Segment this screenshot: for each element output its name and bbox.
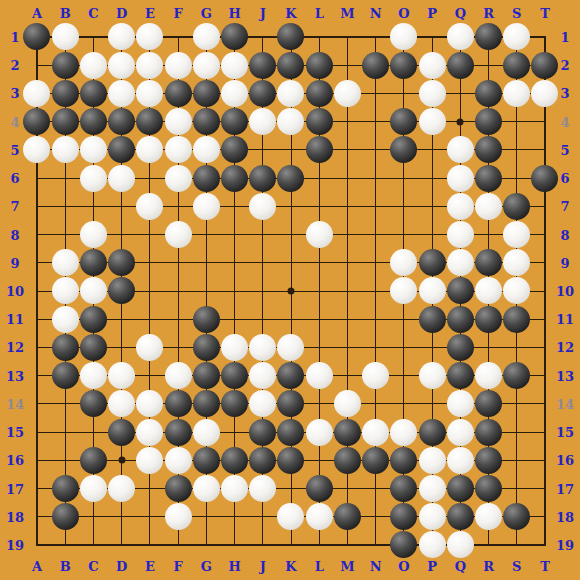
intersection-T2[interactable] <box>531 51 559 79</box>
intersection-N19[interactable] <box>362 531 390 559</box>
intersection-N14[interactable] <box>362 390 390 418</box>
intersection-D15[interactable] <box>108 418 136 446</box>
intersection-D9[interactable] <box>108 249 136 277</box>
intersection-K9[interactable] <box>277 249 305 277</box>
intersection-T12[interactable] <box>531 333 559 361</box>
intersection-B10[interactable] <box>51 277 79 305</box>
intersection-T14[interactable] <box>531 390 559 418</box>
intersection-C8[interactable] <box>79 220 107 248</box>
intersection-J12[interactable] <box>249 333 277 361</box>
intersection-M11[interactable] <box>333 305 361 333</box>
intersection-J14[interactable] <box>249 390 277 418</box>
intersection-J17[interactable] <box>249 474 277 502</box>
intersection-H6[interactable] <box>220 164 248 192</box>
intersection-G18[interactable] <box>192 503 220 531</box>
intersection-T18[interactable] <box>531 503 559 531</box>
intersection-S12[interactable] <box>503 333 531 361</box>
intersection-F14[interactable] <box>164 390 192 418</box>
intersection-D14[interactable] <box>108 390 136 418</box>
intersection-Q18[interactable] <box>446 503 474 531</box>
intersection-Q2[interactable] <box>446 51 474 79</box>
intersection-H16[interactable] <box>220 446 248 474</box>
intersection-D8[interactable] <box>108 220 136 248</box>
intersection-K12[interactable] <box>277 333 305 361</box>
intersection-P1[interactable] <box>418 23 446 51</box>
intersection-E13[interactable] <box>136 362 164 390</box>
intersection-N18[interactable] <box>362 503 390 531</box>
intersection-C15[interactable] <box>79 418 107 446</box>
intersection-B15[interactable] <box>51 418 79 446</box>
intersection-A13[interactable] <box>23 362 51 390</box>
intersection-B14[interactable] <box>51 390 79 418</box>
intersection-K14[interactable] <box>277 390 305 418</box>
intersection-J1[interactable] <box>249 23 277 51</box>
intersection-K7[interactable] <box>277 192 305 220</box>
intersection-J3[interactable] <box>249 79 277 107</box>
intersection-L13[interactable] <box>305 362 333 390</box>
intersection-C16[interactable] <box>79 446 107 474</box>
intersection-P2[interactable] <box>418 51 446 79</box>
intersection-E3[interactable] <box>136 79 164 107</box>
intersection-M18[interactable] <box>333 503 361 531</box>
intersection-D7[interactable] <box>108 192 136 220</box>
intersection-M17[interactable] <box>333 474 361 502</box>
intersection-A1[interactable] <box>23 23 51 51</box>
intersection-C7[interactable] <box>79 192 107 220</box>
intersection-M12[interactable] <box>333 333 361 361</box>
intersection-R15[interactable] <box>474 418 502 446</box>
intersection-M9[interactable] <box>333 249 361 277</box>
intersection-A10[interactable] <box>23 277 51 305</box>
intersection-A2[interactable] <box>23 51 51 79</box>
intersection-B6[interactable] <box>51 164 79 192</box>
intersection-S15[interactable] <box>503 418 531 446</box>
intersection-E10[interactable] <box>136 277 164 305</box>
intersection-P14[interactable] <box>418 390 446 418</box>
intersection-J8[interactable] <box>249 220 277 248</box>
intersection-S3[interactable] <box>503 79 531 107</box>
intersection-B13[interactable] <box>51 362 79 390</box>
intersection-H2[interactable] <box>220 51 248 79</box>
intersection-Q8[interactable] <box>446 220 474 248</box>
intersection-H13[interactable] <box>220 362 248 390</box>
intersection-M6[interactable] <box>333 164 361 192</box>
intersection-T7[interactable] <box>531 192 559 220</box>
intersection-S19[interactable] <box>503 531 531 559</box>
intersection-J4[interactable] <box>249 108 277 136</box>
intersection-C11[interactable] <box>79 305 107 333</box>
intersection-L9[interactable] <box>305 249 333 277</box>
intersection-B3[interactable] <box>51 79 79 107</box>
intersection-H9[interactable] <box>220 249 248 277</box>
intersection-L6[interactable] <box>305 164 333 192</box>
intersection-J10[interactable] <box>249 277 277 305</box>
intersection-P13[interactable] <box>418 362 446 390</box>
intersection-O8[interactable] <box>390 220 418 248</box>
intersection-P8[interactable] <box>418 220 446 248</box>
intersection-L3[interactable] <box>305 79 333 107</box>
intersection-F19[interactable] <box>164 531 192 559</box>
intersection-C12[interactable] <box>79 333 107 361</box>
intersection-E5[interactable] <box>136 136 164 164</box>
intersection-F6[interactable] <box>164 164 192 192</box>
intersection-E14[interactable] <box>136 390 164 418</box>
intersection-C5[interactable] <box>79 136 107 164</box>
intersection-C4[interactable] <box>79 108 107 136</box>
intersection-B5[interactable] <box>51 136 79 164</box>
intersection-P11[interactable] <box>418 305 446 333</box>
intersection-F17[interactable] <box>164 474 192 502</box>
intersection-O15[interactable] <box>390 418 418 446</box>
intersection-A18[interactable] <box>23 503 51 531</box>
intersection-H18[interactable] <box>220 503 248 531</box>
intersection-Q13[interactable] <box>446 362 474 390</box>
intersection-C6[interactable] <box>79 164 107 192</box>
intersection-T6[interactable] <box>531 164 559 192</box>
intersection-B17[interactable] <box>51 474 79 502</box>
intersection-T19[interactable] <box>531 531 559 559</box>
intersection-F11[interactable] <box>164 305 192 333</box>
intersection-O9[interactable] <box>390 249 418 277</box>
intersection-O14[interactable] <box>390 390 418 418</box>
intersection-E8[interactable] <box>136 220 164 248</box>
intersection-Q17[interactable] <box>446 474 474 502</box>
intersection-L7[interactable] <box>305 192 333 220</box>
intersection-D3[interactable] <box>108 79 136 107</box>
intersection-N11[interactable] <box>362 305 390 333</box>
intersection-K4[interactable] <box>277 108 305 136</box>
intersection-B4[interactable] <box>51 108 79 136</box>
intersection-H11[interactable] <box>220 305 248 333</box>
intersection-D12[interactable] <box>108 333 136 361</box>
intersection-T8[interactable] <box>531 220 559 248</box>
intersection-D17[interactable] <box>108 474 136 502</box>
intersection-P17[interactable] <box>418 474 446 502</box>
intersection-T4[interactable] <box>531 108 559 136</box>
intersection-A19[interactable] <box>23 531 51 559</box>
intersection-R2[interactable] <box>474 51 502 79</box>
intersection-S11[interactable] <box>503 305 531 333</box>
intersection-G13[interactable] <box>192 362 220 390</box>
intersection-R19[interactable] <box>474 531 502 559</box>
intersection-G2[interactable] <box>192 51 220 79</box>
intersection-S5[interactable] <box>503 136 531 164</box>
intersection-K18[interactable] <box>277 503 305 531</box>
intersection-S17[interactable] <box>503 474 531 502</box>
intersection-C13[interactable] <box>79 362 107 390</box>
intersection-K1[interactable] <box>277 23 305 51</box>
intersection-H10[interactable] <box>220 277 248 305</box>
intersection-A15[interactable] <box>23 418 51 446</box>
intersection-P16[interactable] <box>418 446 446 474</box>
intersection-R11[interactable] <box>474 305 502 333</box>
intersection-Q5[interactable] <box>446 136 474 164</box>
intersection-N13[interactable] <box>362 362 390 390</box>
intersection-F8[interactable] <box>164 220 192 248</box>
intersection-N3[interactable] <box>362 79 390 107</box>
intersection-H3[interactable] <box>220 79 248 107</box>
intersection-P7[interactable] <box>418 192 446 220</box>
intersection-S18[interactable] <box>503 503 531 531</box>
intersection-B11[interactable] <box>51 305 79 333</box>
intersection-M19[interactable] <box>333 531 361 559</box>
intersection-E15[interactable] <box>136 418 164 446</box>
intersection-Q1[interactable] <box>446 23 474 51</box>
intersection-D2[interactable] <box>108 51 136 79</box>
intersection-F2[interactable] <box>164 51 192 79</box>
intersection-H19[interactable] <box>220 531 248 559</box>
intersection-C9[interactable] <box>79 249 107 277</box>
intersection-G5[interactable] <box>192 136 220 164</box>
intersection-T17[interactable] <box>531 474 559 502</box>
intersection-J13[interactable] <box>249 362 277 390</box>
intersection-Q6[interactable] <box>446 164 474 192</box>
intersection-T9[interactable] <box>531 249 559 277</box>
intersection-Q9[interactable] <box>446 249 474 277</box>
intersection-M8[interactable] <box>333 220 361 248</box>
intersection-C14[interactable] <box>79 390 107 418</box>
intersection-E17[interactable] <box>136 474 164 502</box>
intersection-K10[interactable] <box>277 277 305 305</box>
intersection-D11[interactable] <box>108 305 136 333</box>
intersection-J7[interactable] <box>249 192 277 220</box>
intersection-P6[interactable] <box>418 164 446 192</box>
intersection-L19[interactable] <box>305 531 333 559</box>
intersection-H5[interactable] <box>220 136 248 164</box>
intersection-Q16[interactable] <box>446 446 474 474</box>
intersection-J5[interactable] <box>249 136 277 164</box>
intersection-L5[interactable] <box>305 136 333 164</box>
intersection-F9[interactable] <box>164 249 192 277</box>
intersection-R9[interactable] <box>474 249 502 277</box>
intersection-F4[interactable] <box>164 108 192 136</box>
intersection-O3[interactable] <box>390 79 418 107</box>
intersection-E12[interactable] <box>136 333 164 361</box>
intersection-S10[interactable] <box>503 277 531 305</box>
intersection-M7[interactable] <box>333 192 361 220</box>
intersection-Q7[interactable] <box>446 192 474 220</box>
intersection-R5[interactable] <box>474 136 502 164</box>
intersection-S4[interactable] <box>503 108 531 136</box>
intersection-A7[interactable] <box>23 192 51 220</box>
intersection-J15[interactable] <box>249 418 277 446</box>
intersection-F12[interactable] <box>164 333 192 361</box>
intersection-B1[interactable] <box>51 23 79 51</box>
intersection-Q11[interactable] <box>446 305 474 333</box>
intersection-G4[interactable] <box>192 108 220 136</box>
intersection-N4[interactable] <box>362 108 390 136</box>
intersection-A16[interactable] <box>23 446 51 474</box>
intersection-J2[interactable] <box>249 51 277 79</box>
intersection-P12[interactable] <box>418 333 446 361</box>
intersection-C19[interactable] <box>79 531 107 559</box>
intersection-O12[interactable] <box>390 333 418 361</box>
intersection-T10[interactable] <box>531 277 559 305</box>
intersection-G19[interactable] <box>192 531 220 559</box>
intersection-O2[interactable] <box>390 51 418 79</box>
intersection-K19[interactable] <box>277 531 305 559</box>
intersection-R8[interactable] <box>474 220 502 248</box>
intersection-B18[interactable] <box>51 503 79 531</box>
intersection-E19[interactable] <box>136 531 164 559</box>
intersection-N15[interactable] <box>362 418 390 446</box>
intersection-L17[interactable] <box>305 474 333 502</box>
intersection-O16[interactable] <box>390 446 418 474</box>
intersection-T13[interactable] <box>531 362 559 390</box>
intersection-G12[interactable] <box>192 333 220 361</box>
intersection-C3[interactable] <box>79 79 107 107</box>
intersection-P19[interactable] <box>418 531 446 559</box>
intersection-J16[interactable] <box>249 446 277 474</box>
intersection-P10[interactable] <box>418 277 446 305</box>
intersection-R4[interactable] <box>474 108 502 136</box>
intersection-S9[interactable] <box>503 249 531 277</box>
intersection-F16[interactable] <box>164 446 192 474</box>
intersection-N12[interactable] <box>362 333 390 361</box>
intersection-T3[interactable] <box>531 79 559 107</box>
intersection-Q19[interactable] <box>446 531 474 559</box>
intersection-S2[interactable] <box>503 51 531 79</box>
intersection-M16[interactable] <box>333 446 361 474</box>
intersection-R17[interactable] <box>474 474 502 502</box>
intersection-K3[interactable] <box>277 79 305 107</box>
intersection-R12[interactable] <box>474 333 502 361</box>
intersection-R18[interactable] <box>474 503 502 531</box>
intersection-O11[interactable] <box>390 305 418 333</box>
intersection-B12[interactable] <box>51 333 79 361</box>
intersection-K13[interactable] <box>277 362 305 390</box>
intersection-J19[interactable] <box>249 531 277 559</box>
intersection-R14[interactable] <box>474 390 502 418</box>
intersection-E11[interactable] <box>136 305 164 333</box>
intersection-S8[interactable] <box>503 220 531 248</box>
intersection-P5[interactable] <box>418 136 446 164</box>
intersection-P3[interactable] <box>418 79 446 107</box>
intersection-N6[interactable] <box>362 164 390 192</box>
intersection-Q14[interactable] <box>446 390 474 418</box>
intersection-N17[interactable] <box>362 474 390 502</box>
intersection-D19[interactable] <box>108 531 136 559</box>
intersection-G16[interactable] <box>192 446 220 474</box>
intersection-L11[interactable] <box>305 305 333 333</box>
intersection-A17[interactable] <box>23 474 51 502</box>
intersection-D16[interactable] <box>108 446 136 474</box>
intersection-D18[interactable] <box>108 503 136 531</box>
intersection-H1[interactable] <box>220 23 248 51</box>
intersection-P18[interactable] <box>418 503 446 531</box>
intersection-O6[interactable] <box>390 164 418 192</box>
intersection-C10[interactable] <box>79 277 107 305</box>
intersection-L12[interactable] <box>305 333 333 361</box>
intersection-D6[interactable] <box>108 164 136 192</box>
intersection-A12[interactable] <box>23 333 51 361</box>
intersection-K5[interactable] <box>277 136 305 164</box>
intersection-O18[interactable] <box>390 503 418 531</box>
intersection-C18[interactable] <box>79 503 107 531</box>
intersection-N10[interactable] <box>362 277 390 305</box>
intersection-Q15[interactable] <box>446 418 474 446</box>
intersection-C1[interactable] <box>79 23 107 51</box>
intersection-F3[interactable] <box>164 79 192 107</box>
intersection-L4[interactable] <box>305 108 333 136</box>
intersection-O5[interactable] <box>390 136 418 164</box>
intersection-B8[interactable] <box>51 220 79 248</box>
intersection-S7[interactable] <box>503 192 531 220</box>
intersection-M15[interactable] <box>333 418 361 446</box>
intersection-M2[interactable] <box>333 51 361 79</box>
intersection-G17[interactable] <box>192 474 220 502</box>
intersection-E1[interactable] <box>136 23 164 51</box>
intersection-J9[interactable] <box>249 249 277 277</box>
intersection-H17[interactable] <box>220 474 248 502</box>
intersection-K16[interactable] <box>277 446 305 474</box>
intersection-E2[interactable] <box>136 51 164 79</box>
intersection-E4[interactable] <box>136 108 164 136</box>
intersection-G15[interactable] <box>192 418 220 446</box>
intersection-G9[interactable] <box>192 249 220 277</box>
intersection-R6[interactable] <box>474 164 502 192</box>
intersection-S1[interactable] <box>503 23 531 51</box>
intersection-D13[interactable] <box>108 362 136 390</box>
intersection-F15[interactable] <box>164 418 192 446</box>
intersection-B9[interactable] <box>51 249 79 277</box>
intersection-D5[interactable] <box>108 136 136 164</box>
intersection-M5[interactable] <box>333 136 361 164</box>
intersection-P9[interactable] <box>418 249 446 277</box>
intersection-T16[interactable] <box>531 446 559 474</box>
intersection-A5[interactable] <box>23 136 51 164</box>
intersection-K2[interactable] <box>277 51 305 79</box>
intersection-F10[interactable] <box>164 277 192 305</box>
intersection-E7[interactable] <box>136 192 164 220</box>
intersection-O4[interactable] <box>390 108 418 136</box>
intersection-N1[interactable] <box>362 23 390 51</box>
intersection-R3[interactable] <box>474 79 502 107</box>
intersection-F13[interactable] <box>164 362 192 390</box>
intersection-G6[interactable] <box>192 164 220 192</box>
intersection-J11[interactable] <box>249 305 277 333</box>
intersection-R7[interactable] <box>474 192 502 220</box>
intersection-S13[interactable] <box>503 362 531 390</box>
intersection-G1[interactable] <box>192 23 220 51</box>
intersection-F5[interactable] <box>164 136 192 164</box>
intersection-C2[interactable] <box>79 51 107 79</box>
intersection-M13[interactable] <box>333 362 361 390</box>
intersection-T11[interactable] <box>531 305 559 333</box>
intersection-R10[interactable] <box>474 277 502 305</box>
intersection-L15[interactable] <box>305 418 333 446</box>
intersection-G11[interactable] <box>192 305 220 333</box>
intersection-P4[interactable] <box>418 108 446 136</box>
intersection-F18[interactable] <box>164 503 192 531</box>
intersection-H7[interactable] <box>220 192 248 220</box>
intersection-K15[interactable] <box>277 418 305 446</box>
intersection-M1[interactable] <box>333 23 361 51</box>
intersection-K11[interactable] <box>277 305 305 333</box>
intersection-G10[interactable] <box>192 277 220 305</box>
intersection-G8[interactable] <box>192 220 220 248</box>
intersection-K8[interactable] <box>277 220 305 248</box>
intersection-M14[interactable] <box>333 390 361 418</box>
intersection-Q12[interactable] <box>446 333 474 361</box>
intersection-R13[interactable] <box>474 362 502 390</box>
intersection-N2[interactable] <box>362 51 390 79</box>
intersection-T1[interactable] <box>531 23 559 51</box>
intersection-S6[interactable] <box>503 164 531 192</box>
intersection-D4[interactable] <box>108 108 136 136</box>
intersection-A11[interactable] <box>23 305 51 333</box>
intersection-B16[interactable] <box>51 446 79 474</box>
